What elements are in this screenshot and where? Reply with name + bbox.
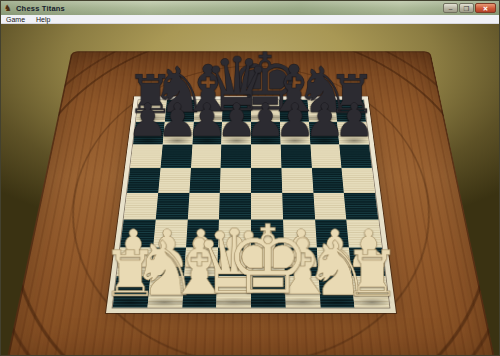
square-f5[interactable] <box>281 168 313 193</box>
piece-white-knight-b1[interactable]: ♞ <box>131 234 199 303</box>
square-e1[interactable]: ♚ <box>251 276 286 307</box>
square-b4[interactable] <box>156 193 189 219</box>
square-b5[interactable] <box>158 168 191 193</box>
maximize-button[interactable]: ❐ <box>459 3 474 13</box>
square-h5[interactable] <box>342 168 375 193</box>
square-c5[interactable] <box>189 168 221 193</box>
window-title: Chess Titans <box>16 4 65 13</box>
square-a4[interactable] <box>124 193 158 219</box>
square-c6[interactable] <box>191 144 222 168</box>
window-controls: – ❐ ✕ <box>443 3 497 13</box>
piece-black-pawn-h7[interactable]: ♟ <box>333 100 374 142</box>
square-d6[interactable] <box>221 144 251 168</box>
square-f6[interactable] <box>280 144 311 168</box>
piece-white-knight-g1[interactable]: ♞ <box>303 234 371 303</box>
chess-board: ♜♞♝♛♚♝♞♜♟♟♟♟♟♟♟♟♟♟♟♟♟♟♟♟♜♞♝♛♚♝♞♜ <box>106 96 396 313</box>
app-window: ♞ Chess Titans – ❐ ✕ Game Help ♜♞♝♛♚♝♞♜♟… <box>0 0 500 356</box>
square-g1[interactable]: ♞ <box>318 276 355 307</box>
piece-white-king-e1[interactable]: ♚ <box>226 216 311 304</box>
square-g4[interactable] <box>313 193 346 219</box>
square-e6[interactable] <box>251 144 281 168</box>
square-g6[interactable] <box>310 144 342 168</box>
square-b1[interactable]: ♞ <box>147 276 184 307</box>
minimize-button[interactable]: – <box>443 3 458 13</box>
game-area: ♜♞♝♛♚♝♞♜♟♟♟♟♟♟♟♟♟♟♟♟♟♟♟♟♜♞♝♛♚♝♞♜ <box>1 24 499 355</box>
title-bar[interactable]: ♞ Chess Titans – ❐ ✕ <box>1 1 499 15</box>
square-b6[interactable] <box>160 144 192 168</box>
menu-game[interactable]: Game <box>6 15 25 24</box>
board-perspective-scene: ♜♞♝♛♚♝♞♜♟♟♟♟♟♟♟♟♟♟♟♟♟♟♟♟♜♞♝♛♚♝♞♜ <box>106 24 396 313</box>
square-g5[interactable] <box>311 168 344 193</box>
square-e5[interactable] <box>251 168 282 193</box>
app-icon chess-knight-icon: ♞ <box>3 3 13 13</box>
menu-bar: Game Help <box>1 15 499 24</box>
close-button[interactable]: ✕ <box>475 3 496 13</box>
board-grid: ♜♞♝♛♚♝♞♜♟♟♟♟♟♟♟♟♟♟♟♟♟♟♟♟♜♞♝♛♚♝♞♜ <box>113 100 390 307</box>
square-a5[interactable] <box>127 168 160 193</box>
square-a6[interactable] <box>130 144 162 168</box>
square-h6[interactable] <box>339 144 371 168</box>
menu-help[interactable]: Help <box>36 15 50 24</box>
square-d5[interactable] <box>220 168 251 193</box>
square-h7[interactable]: ♟ <box>337 122 369 145</box>
square-h4[interactable] <box>344 193 378 219</box>
